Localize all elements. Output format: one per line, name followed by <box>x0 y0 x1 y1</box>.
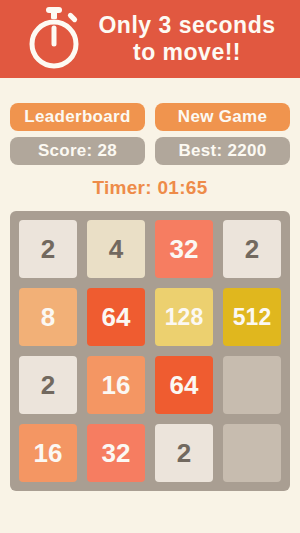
tile-4: 4 <box>87 220 145 278</box>
tile-512: 512 <box>223 288 281 346</box>
tile-2: 2 <box>155 424 213 482</box>
best-score-display: Best: 2200 <box>155 137 290 165</box>
score-display: Score: 28 <box>10 137 145 165</box>
tile-64: 64 <box>155 356 213 414</box>
tile-2: 2 <box>19 220 77 278</box>
stopwatch-icon <box>24 6 84 72</box>
tile-8: 8 <box>19 288 77 346</box>
tile-2: 2 <box>19 356 77 414</box>
top-banner: Only 3 seconds to move!! <box>0 0 300 78</box>
banner-line1: Only 3 seconds <box>84 12 290 39</box>
tile-64: 64 <box>87 288 145 346</box>
empty-cell <box>223 356 281 414</box>
board[interactable]: 243228641285122166416322 <box>10 211 290 491</box>
tile-128: 128 <box>155 288 213 346</box>
tile-32: 32 <box>155 220 213 278</box>
tile-16: 16 <box>19 424 77 482</box>
action-button-row: Leaderboard New Game <box>0 103 300 131</box>
banner-line2: to move!! <box>84 39 290 66</box>
empty-cell <box>223 424 281 482</box>
timer-label: Timer: 01:65 <box>0 177 300 199</box>
tile-2: 2 <box>223 220 281 278</box>
stats-row: Score: 28 Best: 2200 <box>0 137 300 165</box>
tile-16: 16 <box>87 356 145 414</box>
new-game-button[interactable]: New Game <box>155 103 290 131</box>
tile-32: 32 <box>87 424 145 482</box>
leaderboard-button[interactable]: Leaderboard <box>10 103 145 131</box>
banner-text: Only 3 seconds to move!! <box>84 12 300 66</box>
